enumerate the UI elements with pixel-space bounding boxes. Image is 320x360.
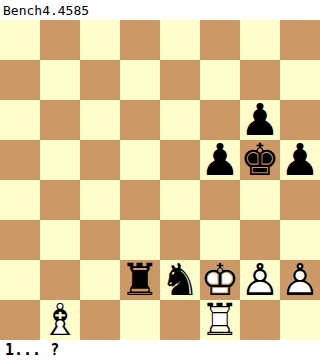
square-f7[interactable] bbox=[200, 60, 240, 100]
square-c4[interactable] bbox=[80, 180, 120, 220]
square-b8[interactable] bbox=[40, 20, 80, 60]
square-c1[interactable] bbox=[80, 300, 120, 340]
square-b5[interactable] bbox=[40, 140, 80, 180]
square-e2[interactable]: ♞ bbox=[160, 260, 200, 300]
square-a4[interactable] bbox=[0, 180, 40, 220]
black-pawn-piece: ♟ bbox=[200, 140, 240, 180]
white-rook-piece: ♖ bbox=[200, 300, 240, 340]
square-e6[interactable] bbox=[160, 100, 200, 140]
square-b3[interactable] bbox=[40, 220, 80, 260]
square-a3[interactable] bbox=[0, 220, 40, 260]
square-d7[interactable] bbox=[120, 60, 160, 100]
square-d8[interactable] bbox=[120, 20, 160, 60]
square-d2[interactable]: ♜ bbox=[120, 260, 160, 300]
square-e7[interactable] bbox=[160, 60, 200, 100]
square-b7[interactable] bbox=[40, 60, 80, 100]
square-a8[interactable] bbox=[0, 20, 40, 60]
square-g4[interactable] bbox=[240, 180, 280, 220]
square-f8[interactable] bbox=[200, 20, 240, 60]
square-b4[interactable] bbox=[40, 180, 80, 220]
square-c6[interactable] bbox=[80, 100, 120, 140]
square-h4[interactable] bbox=[280, 180, 320, 220]
window-title: Bench4.4585 bbox=[0, 0, 320, 20]
square-c2[interactable] bbox=[80, 260, 120, 300]
square-d1[interactable] bbox=[120, 300, 160, 340]
square-e8[interactable] bbox=[160, 20, 200, 60]
chess-board: ♟♟♚♟♜♞♚♔♟♙♟♙♝♗♜♖ bbox=[0, 20, 320, 340]
square-c3[interactable] bbox=[80, 220, 120, 260]
square-f1[interactable]: ♜♖ bbox=[200, 300, 240, 340]
square-h8[interactable] bbox=[280, 20, 320, 60]
square-b6[interactable] bbox=[40, 100, 80, 140]
square-a6[interactable] bbox=[0, 100, 40, 140]
white-pawn-piece: ♙ bbox=[280, 260, 320, 300]
square-c5[interactable] bbox=[80, 140, 120, 180]
square-g2[interactable]: ♟♙ bbox=[240, 260, 280, 300]
square-c7[interactable] bbox=[80, 60, 120, 100]
square-b1[interactable]: ♝♗ bbox=[40, 300, 80, 340]
square-h1[interactable] bbox=[280, 300, 320, 340]
square-d5[interactable] bbox=[120, 140, 160, 180]
square-g5[interactable]: ♚ bbox=[240, 140, 280, 180]
square-c8[interactable] bbox=[80, 20, 120, 60]
square-e5[interactable] bbox=[160, 140, 200, 180]
square-f4[interactable] bbox=[200, 180, 240, 220]
black-rook-piece: ♜ bbox=[120, 260, 160, 300]
square-g1[interactable] bbox=[240, 300, 280, 340]
black-knight-piece: ♞ bbox=[160, 260, 200, 300]
square-e1[interactable] bbox=[160, 300, 200, 340]
white-pawn-piece: ♙ bbox=[240, 260, 280, 300]
square-a2[interactable] bbox=[0, 260, 40, 300]
square-h5[interactable]: ♟ bbox=[280, 140, 320, 180]
square-e4[interactable] bbox=[160, 180, 200, 220]
black-king-piece: ♚ bbox=[240, 140, 280, 180]
white-bishop-piece: ♗ bbox=[40, 300, 80, 340]
square-a7[interactable] bbox=[0, 60, 40, 100]
square-a1[interactable] bbox=[0, 300, 40, 340]
square-d4[interactable] bbox=[120, 180, 160, 220]
black-pawn-piece: ♟ bbox=[280, 140, 320, 180]
square-d6[interactable] bbox=[120, 100, 160, 140]
square-a5[interactable] bbox=[0, 140, 40, 180]
square-g8[interactable] bbox=[240, 20, 280, 60]
square-f5[interactable]: ♟ bbox=[200, 140, 240, 180]
square-h7[interactable] bbox=[280, 60, 320, 100]
square-h2[interactable]: ♟♙ bbox=[280, 260, 320, 300]
